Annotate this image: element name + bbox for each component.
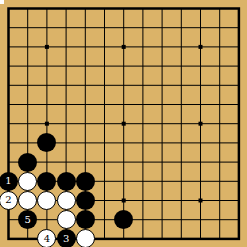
- white-stone: [57, 210, 76, 229]
- black-stone-move-3: 3: [57, 229, 76, 247]
- white-stone: [18, 191, 37, 210]
- white-stone: [18, 172, 37, 191]
- black-stone: [76, 210, 95, 229]
- move-number-label: 5: [25, 215, 31, 225]
- go-board: 12543: [0, 0, 247, 247]
- move-number-label: 1: [5, 176, 11, 186]
- black-stone: [37, 133, 56, 152]
- black-stone-move-1: 1: [0, 172, 18, 191]
- black-stone: [76, 191, 95, 210]
- black-stone-move-5: 5: [18, 210, 37, 229]
- white-stone-move-4: 4: [37, 229, 56, 247]
- white-stone: [76, 229, 95, 247]
- black-stone: [57, 172, 76, 191]
- corner-notch-artifact: [0, 0, 4, 4]
- black-stone: [37, 172, 56, 191]
- move-number-label: 2: [5, 195, 11, 205]
- black-stone: [114, 210, 133, 229]
- white-stone: [37, 191, 56, 210]
- stones-layer: 12543: [0, 0, 247, 247]
- white-stone: [57, 191, 76, 210]
- move-number-label: 3: [63, 234, 69, 244]
- black-stone: [18, 153, 37, 172]
- move-number-label: 4: [44, 234, 50, 244]
- white-stone-move-2: 2: [0, 191, 18, 210]
- black-stone: [76, 172, 95, 191]
